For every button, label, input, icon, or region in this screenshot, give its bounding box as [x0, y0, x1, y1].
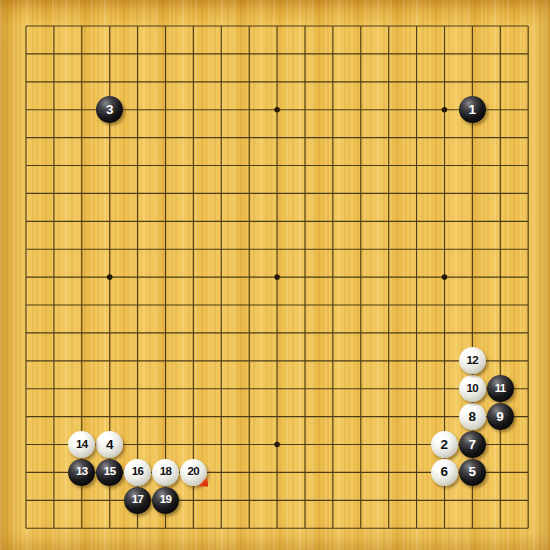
stone-move-number: 20 — [188, 466, 200, 478]
stone-black-7-R4: 7 — [459, 431, 486, 458]
stone-move-number: 10 — [466, 382, 478, 394]
stone-black-15-D3: 15 — [96, 459, 123, 486]
stone-move-number: 12 — [466, 354, 478, 366]
stone-white-6-Q3: 6 — [431, 459, 458, 486]
stone-black-9-S5: 9 — [487, 403, 514, 430]
stone-move-number: 19 — [160, 494, 172, 506]
stone-white-20-G3: 20 — [180, 459, 207, 486]
stone-black-5-R3: 5 — [459, 459, 486, 486]
stone-move-number: 7 — [468, 437, 476, 451]
stone-white-12-R7: 12 — [459, 347, 486, 374]
stone-move-number: 8 — [468, 409, 476, 423]
stone-move-number: 14 — [76, 438, 88, 450]
stone-move-number: 15 — [104, 466, 116, 478]
stone-black-13-C3: 13 — [68, 459, 95, 486]
stone-move-number: 4 — [106, 437, 114, 451]
stone-white-4-D4: 4 — [96, 431, 123, 458]
stone-move-number: 6 — [441, 465, 449, 479]
stone-move-number: 2 — [441, 437, 449, 451]
board-play-grid[interactable]: 1234567891011121314151617181920 — [12, 12, 542, 542]
go-board-diagram: 1234567891011121314151617181920 — [0, 0, 550, 550]
stone-move-number: 17 — [132, 494, 144, 506]
stone-white-18-F3: 18 — [152, 459, 179, 486]
stone-move-number: 11 — [495, 382, 506, 394]
stone-white-10-R6: 10 — [459, 375, 486, 402]
stone-move-number: 5 — [468, 465, 476, 479]
stone-black-1-R16: 1 — [459, 96, 486, 123]
stone-black-17-E2: 17 — [124, 487, 151, 514]
stone-white-14-C4: 14 — [68, 431, 95, 458]
stone-black-3-D16: 3 — [96, 96, 123, 123]
stone-move-number: 1 — [468, 102, 476, 116]
stone-black-19-F2: 19 — [152, 487, 179, 514]
stone-move-number: 3 — [106, 102, 114, 116]
stone-white-2-Q4: 2 — [431, 431, 458, 458]
stone-white-16-E3: 16 — [124, 459, 151, 486]
stone-move-number: 18 — [160, 466, 172, 478]
stone-move-number: 9 — [496, 409, 504, 423]
stone-move-number: 13 — [76, 466, 88, 478]
stone-move-number: 16 — [132, 466, 144, 478]
last-move-triangle-marker — [198, 476, 209, 487]
stone-white-8-R5: 8 — [459, 403, 486, 430]
stone-black-11-S6: 11 — [487, 375, 514, 402]
